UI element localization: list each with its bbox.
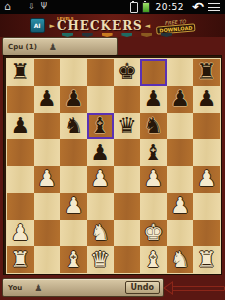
square-g4[interactable] <box>167 166 194 193</box>
home-icon[interactable]: ⌂ <box>4 0 11 14</box>
black-pawn: ♟ <box>37 86 57 112</box>
white-pawn: ♟ <box>64 193 84 219</box>
board-frame: ♜♚♜♟♟♟♟♟♟♞♝♛♞♟♝♟♟♟♟♟♟♟♞♚♜♝♛♝♞♜ <box>3 55 222 275</box>
square-g3[interactable]: ♟ <box>167 193 194 220</box>
square-c3[interactable]: ♟ <box>60 193 87 220</box>
square-h6[interactable] <box>193 113 220 140</box>
white-knight: ♞ <box>170 247 190 273</box>
ai-levels-label: LEVELS <box>57 16 74 21</box>
square-e4[interactable] <box>114 166 141 193</box>
square-d7[interactable] <box>87 86 114 113</box>
square-h2[interactable] <box>193 220 220 247</box>
black-queen: ♛ <box>117 113 137 139</box>
square-b4[interactable]: ♟ <box>34 166 61 193</box>
white-pawn: ♟ <box>197 166 217 192</box>
menu-icon[interactable] <box>208 3 220 11</box>
battery-charge-icon <box>142 2 150 13</box>
square-g2[interactable] <box>167 220 194 247</box>
square-c7[interactable]: ♟ <box>60 86 87 113</box>
square-g5[interactable] <box>167 139 194 166</box>
square-f6[interactable]: ♞ <box>140 113 167 140</box>
black-king: ♚ <box>117 59 137 85</box>
black-rook: ♜ <box>10 59 30 85</box>
square-e8[interactable]: ♚ <box>114 59 141 86</box>
square-a3[interactable] <box>7 193 34 220</box>
square-g7[interactable]: ♟ <box>167 86 194 113</box>
square-d3[interactable] <box>87 193 114 220</box>
square-d6[interactable]: ♝ <box>87 113 114 140</box>
square-c4[interactable] <box>60 166 87 193</box>
ai-levels-badge: AI <box>30 18 45 33</box>
square-c2[interactable] <box>60 220 87 247</box>
opponent-bar: Cpu (1) ♟ <box>2 37 118 56</box>
opponent-pawn-icon: ♟ <box>49 42 57 52</box>
square-b5[interactable] <box>34 139 61 166</box>
square-d4[interactable]: ♟ <box>87 166 114 193</box>
opponent-name: Cpu (1) <box>8 43 37 51</box>
back-icon[interactable]: ↶ <box>192 0 204 14</box>
square-e5[interactable] <box>114 139 141 166</box>
white-pawn: ♟ <box>90 166 110 192</box>
square-g1[interactable]: ♞ <box>167 246 194 273</box>
status-bar: ⌂ ⇩ Ψ 20:52 ↶ <box>0 0 225 14</box>
square-a8[interactable]: ♜ <box>7 59 34 86</box>
square-e1[interactable] <box>114 246 141 273</box>
square-b2[interactable] <box>34 220 61 247</box>
white-king: ♚ <box>144 220 164 246</box>
square-a2[interactable]: ♟ <box>7 220 34 247</box>
square-a1[interactable]: ♜ <box>7 246 34 273</box>
white-rook: ♜ <box>10 247 30 273</box>
player-pawn-icon: ♟ <box>34 283 42 293</box>
black-pawn: ♟ <box>64 86 84 112</box>
square-a5[interactable] <box>7 139 34 166</box>
black-knight: ♞ <box>144 113 164 139</box>
undo-button[interactable]: Undo <box>125 281 160 294</box>
free-download-badge: FREE TO DOWNLOAD <box>156 17 196 34</box>
chess-board: ♜♚♜♟♟♟♟♟♟♞♝♛♞♟♝♟♟♟♟♟♟♟♞♚♜♝♛♝♞♜ <box>6 58 221 274</box>
square-h7[interactable]: ♟ <box>193 86 220 113</box>
square-a6[interactable]: ♟ <box>7 113 34 140</box>
black-pawn: ♟ <box>10 113 30 139</box>
square-h1[interactable]: ♜ <box>193 246 220 273</box>
square-a4[interactable] <box>7 166 34 193</box>
square-b6[interactable] <box>34 113 61 140</box>
square-f4[interactable]: ♟ <box>140 166 167 193</box>
square-c6[interactable]: ♞ <box>60 113 87 140</box>
black-rook: ♜ <box>197 59 217 85</box>
white-pawn: ♟ <box>37 166 57 192</box>
white-queen: ♛ <box>90 247 110 273</box>
square-b7[interactable]: ♟ <box>34 86 61 113</box>
black-bishop: ♝ <box>90 113 110 139</box>
square-f7[interactable]: ♟ <box>140 86 167 113</box>
white-rook: ♜ <box>197 247 217 273</box>
black-bishop: ♝ <box>144 140 164 166</box>
square-f1[interactable]: ♝ <box>140 246 167 273</box>
white-bishop: ♝ <box>144 247 164 273</box>
square-f2[interactable]: ♚ <box>140 220 167 247</box>
white-bishop: ♝ <box>64 247 84 273</box>
player-name: You <box>8 284 22 292</box>
square-h4[interactable]: ♟ <box>193 166 220 193</box>
square-f5[interactable]: ♝ <box>140 139 167 166</box>
square-b3[interactable] <box>34 193 61 220</box>
black-pawn: ♟ <box>144 86 164 112</box>
square-d2[interactable]: ♞ <box>87 220 114 247</box>
black-pawn: ♟ <box>197 86 217 112</box>
square-c5[interactable] <box>60 139 87 166</box>
app-screen: ⌂ ⇩ Ψ 20:52 ↶ AI ► CHECKERS ◄ FREE TO DO… <box>0 0 225 300</box>
black-knight: ♞ <box>64 113 84 139</box>
square-g6[interactable] <box>167 113 194 140</box>
banner-arrow-left-icon: ◄ <box>145 22 150 30</box>
square-e6[interactable]: ♛ <box>114 113 141 140</box>
download-alert-icon: ⇩ <box>28 0 35 14</box>
square-f3[interactable] <box>140 193 167 220</box>
white-knight: ♞ <box>90 220 110 246</box>
square-e3[interactable] <box>114 193 141 220</box>
player-bar: You ♟ Undo <box>2 278 164 297</box>
banner-arrow-right-icon: ► <box>50 22 55 30</box>
square-h5[interactable] <box>193 139 220 166</box>
background-arrow-ornament <box>163 278 225 298</box>
square-b1[interactable] <box>34 246 61 273</box>
square-e2[interactable] <box>114 220 141 247</box>
square-d8[interactable] <box>87 59 114 86</box>
square-d5[interactable]: ♟ <box>87 139 114 166</box>
square-e7[interactable] <box>114 86 141 113</box>
gps-icon: Ψ <box>41 0 47 14</box>
clock: 20:52 <box>156 2 184 12</box>
white-pawn: ♟ <box>170 193 190 219</box>
square-f8[interactable] <box>140 59 167 86</box>
square-h3[interactable] <box>193 193 220 220</box>
square-c1[interactable]: ♝ <box>60 246 87 273</box>
square-h8[interactable]: ♜ <box>193 59 220 86</box>
square-b8[interactable] <box>34 59 61 86</box>
square-c8[interactable] <box>60 59 87 86</box>
square-g8[interactable] <box>167 59 194 86</box>
white-pawn: ♟ <box>10 220 30 246</box>
white-pawn: ♟ <box>144 166 164 192</box>
square-a7[interactable] <box>7 86 34 113</box>
battery-outline-icon <box>130 2 138 13</box>
black-pawn: ♟ <box>90 140 110 166</box>
square-d1[interactable]: ♛ <box>87 246 114 273</box>
black-pawn: ♟ <box>170 86 190 112</box>
